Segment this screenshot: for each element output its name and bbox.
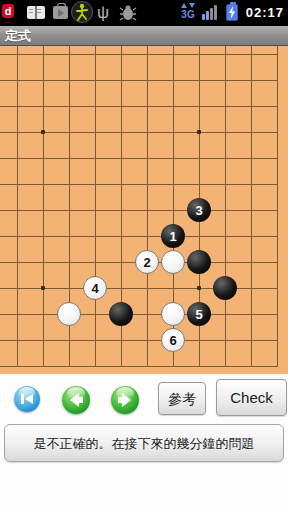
grid-line <box>0 340 278 341</box>
skip-to-start-icon <box>14 386 40 412</box>
grid-line <box>0 314 278 315</box>
message-area: 是不正確的。在接下來的幾分鐘的問題 <box>0 424 288 512</box>
white-stone-move-4: 4 <box>83 276 107 300</box>
grid-line <box>225 46 226 367</box>
stick-figure-icon <box>72 2 92 22</box>
docomo-d-icon: d <box>2 4 14 18</box>
white-stone <box>161 302 185 326</box>
black-stone-move-1: 1 <box>161 224 185 248</box>
grid-line <box>0 366 278 367</box>
left-arrow-icon <box>62 386 90 414</box>
status-bar: d ψ 3G 02:17 <box>0 0 288 26</box>
star-point <box>197 130 201 134</box>
play-store-icon <box>53 6 68 19</box>
grid-line <box>0 184 278 185</box>
grid-line <box>0 54 278 55</box>
grid-line <box>0 106 278 107</box>
pedometer-icon <box>71 1 93 23</box>
star-point <box>41 286 45 290</box>
debug-bug-icon <box>119 5 137 25</box>
notes-icon <box>27 6 45 19</box>
previous-move-button[interactable] <box>62 386 90 414</box>
skip-to-start-button[interactable] <box>14 386 40 412</box>
downlink-arrow-icon <box>189 3 195 8</box>
white-stone <box>57 302 81 326</box>
black-stone-move-3: 3 <box>187 198 211 222</box>
star-point <box>197 286 201 290</box>
black-stone <box>213 276 237 300</box>
grid-line <box>43 46 44 367</box>
grid-line <box>277 46 278 367</box>
next-move-button[interactable] <box>111 386 139 414</box>
reference-button[interactable]: 參考 <box>158 382 206 415</box>
usb-icon: ψ <box>97 2 109 24</box>
result-message-button[interactable]: 是不正確的。在接下來的幾分鐘的問題 <box>4 424 284 462</box>
signal-strength-icon <box>202 5 219 20</box>
network-type-label: 3G <box>180 9 196 20</box>
grid-line <box>17 46 18 367</box>
title-bar: 定式 <box>0 26 288 46</box>
black-stone-move-5: 5 <box>187 302 211 326</box>
phone-screen: d ψ 3G 02:17 <box>0 0 288 512</box>
network-3g-indicator: 3G <box>180 2 196 20</box>
uplink-arrow-icon <box>181 3 187 8</box>
go-board[interactable]: 312456 <box>0 46 288 374</box>
grid-line <box>0 210 278 211</box>
grid-line <box>147 46 148 367</box>
white-stone-move-2: 2 <box>135 250 159 274</box>
star-point <box>41 130 45 134</box>
check-button[interactable]: Check <box>216 379 287 416</box>
page-title: 定式 <box>5 26 31 45</box>
clock: 02:17 <box>246 5 284 20</box>
battery-charging-icon <box>226 4 238 21</box>
right-arrow-icon <box>111 386 139 414</box>
black-stone <box>187 250 211 274</box>
black-stone <box>109 302 133 326</box>
grid-line <box>0 158 278 159</box>
grid-line <box>0 80 278 81</box>
grid-line <box>251 46 252 367</box>
controls-bar: 參考 Check <box>0 374 288 424</box>
white-stone <box>161 250 185 274</box>
white-stone-move-6: 6 <box>161 328 185 352</box>
grid-line <box>0 236 278 237</box>
grid-line <box>95 46 96 367</box>
